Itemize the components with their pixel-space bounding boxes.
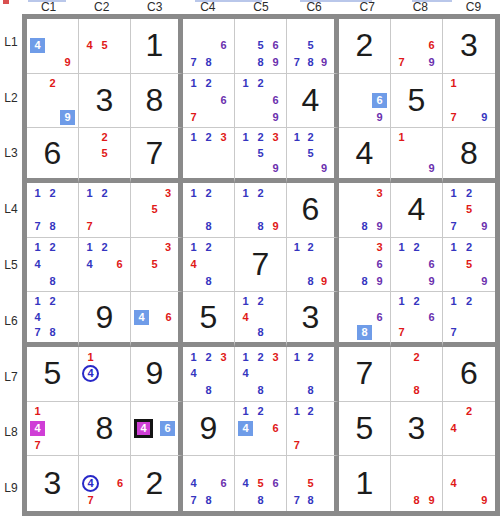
cell-L5C7[interactable]: 3689	[339, 238, 391, 293]
candidate-2[interactable]: 2	[49, 242, 55, 253]
candidate-2[interactable]: 2	[307, 132, 313, 143]
cell-L7C6[interactable]: 128	[287, 347, 339, 402]
candidate-3[interactable]: 3	[165, 242, 171, 253]
candidate-1[interactable]: 1	[398, 132, 404, 143]
cell-L7C8[interactable]: 28	[391, 347, 443, 402]
cell-L1C8[interactable]: 679	[391, 19, 443, 74]
candidate-8[interactable]: 8	[205, 276, 211, 287]
candidate-1[interactable]: 1	[34, 296, 40, 307]
candidate-5[interactable]: 5	[307, 148, 313, 159]
cell-L5C6[interactable]: 1289	[287, 238, 339, 293]
cell-L9C4[interactable]: 4678	[183, 456, 235, 511]
cell-L5C8[interactable]: 1269	[391, 238, 443, 293]
candidate-5[interactable]: 5	[151, 204, 157, 215]
candidate-9[interactable]: 9	[376, 112, 382, 123]
candidate-8[interactable]: 8	[257, 57, 263, 68]
candidate-9[interactable]: 9	[321, 276, 327, 287]
candidate-1[interactable]: 1	[294, 242, 300, 253]
candidate-9[interactable]: 9	[376, 221, 382, 232]
cell-L6C3[interactable]: 46	[131, 292, 183, 347]
candidate-6[interactable]: 6	[220, 95, 226, 106]
cell-L6C7[interactable]: 68	[339, 292, 391, 347]
row-label-L8: L8	[0, 404, 22, 460]
candidate-2[interactable]: 2	[101, 188, 107, 199]
solved-digit: 4	[391, 183, 442, 237]
cell-L6C1[interactable]: 12478	[27, 292, 79, 347]
candidate-8[interactable]: 8	[49, 327, 55, 338]
candidate-9[interactable]: 9	[272, 163, 278, 174]
cell-L4C3[interactable]: 35	[131, 183, 183, 238]
candidate-6[interactable]: 6	[272, 423, 278, 434]
cell-L9C6[interactable]: 578	[287, 456, 339, 511]
candidate-2[interactable]: 2	[257, 406, 263, 417]
cell-L7C2[interactable]: 14	[79, 347, 131, 402]
cell-L4C9[interactable]: 12579	[443, 183, 495, 238]
candidate-9[interactable]: 9	[428, 163, 434, 174]
cell-L1C3[interactable]: 1	[131, 19, 183, 74]
cell-L5C9[interactable]: 1259	[443, 238, 495, 293]
cell-L1C5[interactable]: 5689	[235, 19, 287, 74]
candidate-8[interactable]: 8	[361, 221, 367, 232]
candidate-9[interactable]: 9	[60, 110, 75, 125]
cell-L7C3[interactable]: 9	[131, 347, 183, 402]
candidate-grid: 1269	[391, 238, 442, 292]
candidate-7[interactable]: 7	[451, 327, 457, 338]
cell-L4C6[interactable]: 6	[287, 183, 339, 238]
cell-L8C3[interactable]: 46	[131, 402, 183, 457]
cell-L8C7[interactable]: 5	[339, 402, 391, 457]
candidate-1[interactable]: 1	[242, 132, 248, 143]
solved-digit: 3	[79, 74, 130, 128]
cell-L1C7[interactable]: 2	[339, 19, 391, 74]
cell-L3C9[interactable]: 8	[443, 128, 495, 183]
cell-L2C1[interactable]: 29	[27, 74, 79, 129]
row-label-L1: L1	[0, 14, 22, 70]
candidate-grid: 578	[287, 456, 334, 511]
cell-L1C6[interactable]: 5789	[287, 19, 339, 74]
candidate-3[interactable]: 3	[272, 132, 278, 143]
cell-L2C3[interactable]: 8	[131, 74, 183, 129]
candidate-1[interactable]: 1	[398, 296, 404, 307]
solved-digit: 7	[131, 128, 178, 178]
candidate-7[interactable]: 7	[87, 495, 93, 506]
cell-L1C1[interactable]: 49	[27, 19, 79, 74]
candidate-grid: 1246	[79, 238, 130, 292]
candidate-2[interactable]: 2	[307, 242, 313, 253]
candidate-1[interactable]: 1	[398, 242, 404, 253]
candidate-5[interactable]: 5	[257, 40, 263, 51]
candidate-4[interactable]: 4	[86, 40, 92, 51]
solved-digit: 2	[131, 456, 178, 511]
cell-L4C5[interactable]: 1289	[235, 183, 287, 238]
cell-L2C4[interactable]: 1267	[183, 74, 235, 129]
cell-L2C8[interactable]: 5	[391, 74, 443, 129]
candidate-9[interactable]: 9	[272, 221, 278, 232]
cell-L3C3[interactable]: 7	[131, 128, 183, 183]
candidate-5[interactable]: 5	[466, 259, 472, 270]
cell-L3C1[interactable]: 6	[27, 128, 79, 183]
candidate-1[interactable]: 1	[190, 132, 196, 143]
candidate-2[interactable]: 2	[466, 406, 472, 417]
candidate-8[interactable]: 8	[205, 495, 211, 506]
row-label-L9: L9	[0, 460, 22, 516]
candidate-1[interactable]: 1	[190, 352, 196, 363]
cell-L5C1[interactable]: 1248	[27, 238, 79, 293]
candidate-3[interactable]: 3	[272, 352, 278, 363]
candidate-2[interactable]: 2	[413, 296, 419, 307]
cell-L3C8[interactable]: 19	[391, 128, 443, 183]
candidate-grid: 12478	[27, 292, 78, 342]
candidate-6[interactable]: 6	[428, 40, 434, 51]
candidate-1[interactable]: 1	[294, 132, 300, 143]
candidate-8[interactable]: 8	[361, 276, 367, 287]
candidate-4[interactable]: 4	[190, 259, 196, 270]
candidate-8[interactable]: 8	[257, 495, 263, 506]
cell-L8C5[interactable]: 1246	[235, 402, 287, 457]
candidate-6[interactable]: 6	[220, 478, 226, 489]
cell-L6C8[interactable]: 1267	[391, 292, 443, 347]
candidate-7[interactable]: 7	[294, 495, 300, 506]
candidate-1[interactable]: 1	[86, 242, 92, 253]
candidate-2[interactable]: 2	[257, 352, 263, 363]
candidate-8[interactable]: 8	[49, 221, 55, 232]
candidate-grid: 12348	[183, 347, 234, 401]
candidate-2[interactable]: 2	[205, 78, 211, 89]
candidate-9[interactable]: 9	[321, 163, 327, 174]
candidate-grid: 69	[339, 74, 390, 128]
candidate-7[interactable]: 7	[190, 495, 196, 506]
candidate-4[interactable]: 4	[134, 310, 149, 325]
candidate-7[interactable]: 7	[294, 440, 300, 451]
candidate-grid: 1267	[183, 74, 234, 128]
cell-L5C5[interactable]: 7	[235, 238, 287, 293]
candidate-2[interactable]: 2	[307, 406, 313, 417]
candidate-1[interactable]: 1	[190, 188, 196, 199]
candidate-1[interactable]: 1	[242, 352, 248, 363]
cell-L4C1[interactable]: 1278	[27, 183, 79, 238]
cell-L6C5[interactable]: 1248	[235, 292, 287, 347]
candidate-6[interactable]: 6	[160, 421, 175, 436]
candidate-grid: 24	[443, 402, 495, 456]
candidate-2[interactable]: 2	[413, 352, 419, 363]
cell-L8C2[interactable]: 8	[79, 402, 131, 457]
candidate-2[interactable]: 2	[257, 296, 263, 307]
candidate-6[interactable]: 6	[165, 312, 171, 323]
candidate-1[interactable]: 1	[242, 188, 248, 199]
cell-L6C2[interactable]: 9	[79, 292, 131, 347]
candidate-8[interactable]: 8	[307, 495, 313, 506]
candidate-1[interactable]: 1	[294, 352, 300, 363]
cell-L5C4[interactable]: 1248	[183, 238, 235, 293]
solved-digit: 2	[339, 19, 390, 73]
candidate-2[interactable]: 2	[257, 132, 263, 143]
candidate-8[interactable]: 8	[205, 57, 211, 68]
candidate-7[interactable]: 7	[190, 112, 196, 123]
board: 4945167856895789267932938126712694695179…	[22, 14, 500, 516]
row-labels: L1L2L3L4L5L6L7L8L9	[0, 14, 22, 516]
candidate-grid: 1267	[391, 292, 442, 342]
candidate-9[interactable]: 9	[428, 495, 434, 506]
candidate-1[interactable]: 1	[86, 188, 92, 199]
cell-L6C6[interactable]: 3	[287, 292, 339, 347]
candidate-2[interactable]: 2	[307, 352, 313, 363]
candidate-grid: 25	[79, 128, 130, 178]
candidate-8[interactable]: 8	[205, 221, 211, 232]
candidate-4[interactable]: 4	[242, 478, 248, 489]
candidate-1[interactable]: 1	[34, 188, 40, 199]
candidate-6[interactable]: 6	[117, 478, 123, 489]
cell-L1C4[interactable]: 678	[183, 19, 235, 74]
candidate-1[interactable]: 1	[34, 406, 40, 417]
candidate-1[interactable]: 1	[190, 242, 196, 253]
cell-L9C8[interactable]: 89	[391, 456, 443, 511]
candidate-grid: 35	[131, 183, 178, 237]
candidate-6[interactable]: 6	[376, 259, 382, 270]
candidate-3[interactable]: 3	[376, 188, 382, 199]
cell-L1C2[interactable]: 45	[79, 19, 131, 74]
cell-L3C7[interactable]: 4	[339, 128, 391, 183]
candidate-grid: 389	[339, 183, 390, 237]
candidate-9[interactable]: 9	[428, 276, 434, 287]
candidate-5[interactable]: 5	[257, 148, 263, 159]
candidate-5[interactable]: 5	[101, 40, 107, 51]
candidate-1[interactable]: 1	[34, 242, 40, 253]
candidate-2[interactable]: 2	[205, 188, 211, 199]
candidate-grid: 4568	[235, 456, 286, 511]
candidate-2[interactable]: 2	[205, 242, 211, 253]
cell-L8C1[interactable]: 147	[27, 402, 79, 457]
col-label-C6: C6	[288, 0, 341, 15]
cell-L6C9[interactable]: 127	[443, 292, 495, 347]
cell-L4C2[interactable]: 127	[79, 183, 131, 238]
candidate-1[interactable]: 1	[242, 78, 248, 89]
candidate-9[interactable]: 9	[481, 495, 487, 506]
candidate-4[interactable]: 4	[34, 259, 40, 270]
candidate-8[interactable]: 8	[307, 385, 313, 396]
solved-digit: 6	[443, 347, 495, 401]
cell-L7C1[interactable]: 5	[27, 347, 79, 402]
cell-L5C2[interactable]: 1246	[79, 238, 131, 293]
candidate-4[interactable]: 4	[86, 259, 92, 270]
candidate-2[interactable]: 2	[466, 242, 472, 253]
candidate-5[interactable]: 5	[307, 478, 313, 489]
cell-L2C9[interactable]: 179	[443, 74, 495, 129]
candidate-8[interactable]: 8	[357, 325, 372, 340]
cell-L7C7[interactable]: 7	[339, 347, 391, 402]
candidate-6[interactable]: 6	[376, 312, 382, 323]
candidate-9[interactable]: 9	[428, 57, 434, 68]
cell-L9C7[interactable]: 1	[339, 456, 391, 511]
candidate-6[interactable]: 6	[428, 259, 434, 270]
cell-L1C9[interactable]: 3	[443, 19, 495, 74]
candidate-grid: 45	[79, 19, 130, 73]
cell-L8C9[interactable]: 24	[443, 402, 495, 457]
candidate-6[interactable]: 6	[372, 93, 387, 108]
cell-L8C8[interactable]: 3	[391, 402, 443, 457]
candidate-4[interactable]: 4	[242, 312, 248, 323]
candidate-2[interactable]: 2	[413, 242, 419, 253]
candidate-7[interactable]: 7	[294, 57, 300, 68]
cell-L3C6[interactable]: 1259	[287, 128, 339, 183]
cell-L7C5[interactable]: 12348	[235, 347, 287, 402]
candidate-grid: 1259	[287, 128, 334, 178]
candidate-1[interactable]: 1	[451, 188, 457, 199]
candidate-2[interactable]: 2	[49, 188, 55, 199]
candidate-2[interactable]: 2	[49, 78, 55, 89]
candidate-2[interactable]: 2	[257, 188, 263, 199]
candidate-2[interactable]: 2	[205, 352, 211, 363]
candidate-4[interactable]: 4	[451, 478, 457, 489]
row-label-L5: L5	[0, 237, 22, 293]
solved-digit: 8	[443, 128, 495, 178]
candidate-8[interactable]: 8	[413, 385, 419, 396]
candidate-7[interactable]: 7	[34, 440, 40, 451]
candidate-8[interactable]: 8	[307, 276, 313, 287]
candidate-4[interactable]: 4	[34, 312, 40, 323]
candidate-7[interactable]: 7	[451, 221, 457, 232]
cell-L5C3[interactable]: 35	[131, 238, 183, 293]
candidate-4[interactable]: 4	[30, 38, 45, 53]
candidate-3[interactable]: 3	[376, 242, 382, 253]
candidate-8[interactable]: 8	[49, 276, 55, 287]
cell-L7C9[interactable]: 6	[443, 347, 495, 402]
cell-L7C4[interactable]: 12348	[183, 347, 235, 402]
candidate-9[interactable]: 9	[321, 57, 327, 68]
cell-L3C4[interactable]: 123	[183, 128, 235, 183]
cell-L2C5[interactable]: 1269	[235, 74, 287, 129]
cell-L9C9[interactable]: 49	[443, 456, 495, 511]
candidate-4[interactable]: 4	[451, 423, 457, 434]
cell-L2C7[interactable]: 69	[339, 74, 391, 129]
solved-digit: 3	[27, 456, 78, 511]
candidate-4[interactable]: 4	[190, 368, 196, 379]
candidate-7[interactable]: 7	[398, 327, 404, 338]
candidate-grid: 128	[287, 347, 334, 401]
cell-L4C4[interactable]: 128	[183, 183, 235, 238]
cell-L2C2[interactable]: 3	[79, 74, 131, 129]
candidate-1[interactable]: 1	[87, 352, 93, 363]
candidate-4[interactable]: 4	[82, 365, 99, 382]
candidate-7[interactable]: 7	[86, 221, 92, 232]
candidate-grid: 1269	[235, 74, 286, 128]
candidate-5[interactable]: 5	[466, 204, 472, 215]
candidate-3[interactable]: 3	[165, 188, 171, 199]
candidate-9[interactable]: 9	[481, 276, 487, 287]
candidate-6[interactable]: 6	[272, 95, 278, 106]
candidate-1[interactable]: 1	[451, 296, 457, 307]
candidate-9[interactable]: 9	[272, 57, 278, 68]
candidate-6[interactable]: 6	[272, 478, 278, 489]
candidate-1[interactable]: 1	[451, 78, 457, 89]
cell-L8C4[interactable]: 9	[183, 402, 235, 457]
candidate-2[interactable]: 2	[466, 296, 472, 307]
candidate-5[interactable]: 5	[307, 40, 313, 51]
candidate-5[interactable]: 5	[101, 148, 107, 159]
candidate-6[interactable]: 6	[428, 312, 434, 323]
candidate-7[interactable]: 7	[34, 327, 40, 338]
candidate-5[interactable]: 5	[151, 259, 157, 270]
candidate-1[interactable]: 1	[190, 78, 196, 89]
candidate-grid: 19	[391, 128, 442, 178]
candidate-grid: 14	[79, 347, 130, 401]
candidate-8[interactable]: 8	[413, 495, 419, 506]
candidate-1[interactable]: 1	[451, 242, 457, 253]
candidate-4[interactable]: 4	[30, 421, 45, 436]
cell-L4C8[interactable]: 4	[391, 183, 443, 238]
candidate-4[interactable]: 4	[242, 368, 248, 379]
candidate-4[interactable]: 4	[134, 419, 153, 438]
candidate-grid: 679	[391, 19, 442, 73]
candidate-9[interactable]: 9	[272, 112, 278, 123]
candidate-3[interactable]: 3	[220, 352, 226, 363]
candidate-2[interactable]: 2	[466, 188, 472, 199]
candidate-8[interactable]: 8	[205, 385, 211, 396]
candidate-4[interactable]: 4	[82, 475, 99, 492]
candidate-grid: 5789	[287, 19, 334, 73]
row-label-L3: L3	[0, 126, 22, 182]
row-label-L7: L7	[0, 349, 22, 405]
candidate-9[interactable]: 9	[481, 221, 487, 232]
candidate-9[interactable]: 9	[64, 57, 70, 68]
cell-L8C6[interactable]: 127	[287, 402, 339, 457]
candidate-5[interactable]: 5	[257, 478, 263, 489]
cell-L2C6[interactable]: 4	[287, 74, 339, 129]
candidate-2[interactable]: 2	[101, 132, 107, 143]
candidate-1[interactable]: 1	[242, 406, 248, 417]
candidate-9[interactable]: 9	[481, 112, 487, 123]
candidate-8[interactable]: 8	[307, 57, 313, 68]
solved-digit: 9	[131, 347, 178, 401]
solved-digit: 6	[287, 183, 334, 237]
candidate-2[interactable]: 2	[101, 242, 107, 253]
candidate-grid: 1248	[235, 292, 286, 342]
candidate-2[interactable]: 2	[257, 78, 263, 89]
candidate-grid: 128	[183, 183, 234, 237]
candidate-2[interactable]: 2	[205, 132, 211, 143]
cell-L9C1[interactable]: 3	[27, 456, 79, 511]
solved-digit: 3	[443, 19, 495, 73]
cell-L3C5[interactable]: 12359	[235, 128, 287, 183]
candidate-9[interactable]: 9	[376, 276, 382, 287]
col-label-C2: C2	[75, 0, 128, 15]
candidate-8[interactable]: 8	[257, 221, 263, 232]
candidate-grid: 68	[339, 292, 390, 342]
candidate-8[interactable]: 8	[257, 327, 263, 338]
candidate-4[interactable]: 4	[238, 421, 253, 436]
candidate-7[interactable]: 7	[398, 57, 404, 68]
candidate-1[interactable]: 1	[294, 406, 300, 417]
candidate-7[interactable]: 7	[34, 221, 40, 232]
candidate-2[interactable]: 2	[49, 296, 55, 307]
solved-digit: 1	[339, 456, 390, 511]
candidate-7[interactable]: 7	[451, 112, 457, 123]
candidate-3[interactable]: 3	[220, 132, 226, 143]
cell-L3C2[interactable]: 25	[79, 128, 131, 183]
candidate-6[interactable]: 6	[116, 259, 122, 270]
candidate-7[interactable]: 7	[190, 57, 196, 68]
candidate-8[interactable]: 8	[257, 385, 263, 396]
candidate-6[interactable]: 6	[272, 40, 278, 51]
candidate-6[interactable]: 6	[220, 40, 226, 51]
candidate-4[interactable]: 4	[190, 478, 196, 489]
candidate-1[interactable]: 1	[242, 296, 248, 307]
cell-L4C7[interactable]: 389	[339, 183, 391, 238]
solved-digit: 5	[183, 292, 234, 342]
cell-L9C2[interactable]: 467	[79, 456, 131, 511]
cell-L9C5[interactable]: 4568	[235, 456, 287, 511]
cell-L6C4[interactable]: 5	[183, 292, 235, 347]
cell-L9C3[interactable]: 2	[131, 456, 183, 511]
